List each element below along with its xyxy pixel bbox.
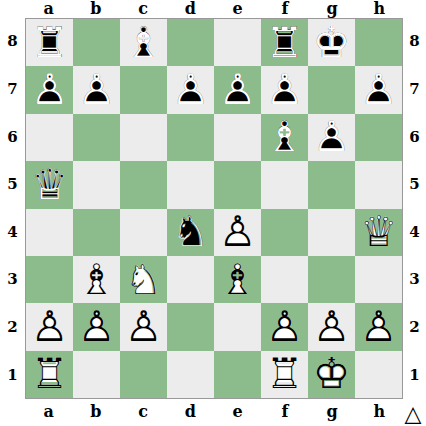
square-d3[interactable] bbox=[167, 256, 214, 303]
square-e3[interactable]: ♝♗ bbox=[214, 256, 261, 303]
square-c3[interactable]: ♞♘ bbox=[120, 256, 167, 303]
square-a2[interactable]: ♟♙ bbox=[26, 303, 73, 350]
square-g2[interactable]: ♟♙ bbox=[308, 303, 355, 350]
square-d1[interactable] bbox=[167, 351, 214, 398]
square-c5[interactable] bbox=[120, 161, 167, 208]
piece-white-king: ♚♔ bbox=[308, 351, 355, 398]
rank-label-2: 2 bbox=[0, 304, 25, 352]
piece-black-bishop: ♝♗ bbox=[261, 114, 308, 161]
piece-white-bishop: ♝♗ bbox=[214, 256, 261, 303]
square-g8[interactable]: ♚♔ bbox=[308, 19, 355, 66]
square-d5[interactable] bbox=[167, 161, 214, 208]
square-f8[interactable]: ♜♖ bbox=[261, 19, 308, 66]
square-f2[interactable]: ♟♙ bbox=[261, 303, 308, 350]
piece-black-queen: ♛♕ bbox=[26, 161, 73, 208]
square-e2[interactable] bbox=[214, 303, 261, 350]
square-h2[interactable]: ♟♙ bbox=[355, 303, 402, 350]
square-e4[interactable]: ♟♙ bbox=[214, 209, 261, 256]
square-d2[interactable] bbox=[167, 303, 214, 350]
square-b2[interactable]: ♟♙ bbox=[73, 303, 120, 350]
rank-label-4: 4 bbox=[403, 209, 426, 257]
square-h4[interactable]: ♛♕ bbox=[355, 209, 402, 256]
rank-label-6: 6 bbox=[403, 113, 426, 161]
square-f3[interactable] bbox=[261, 256, 308, 303]
piece-white-knight: ♞♘ bbox=[120, 256, 167, 303]
square-b4[interactable] bbox=[73, 209, 120, 256]
square-g3[interactable] bbox=[308, 256, 355, 303]
square-f1[interactable]: ♜♖ bbox=[261, 351, 308, 398]
piece-white-pawn: ♟♙ bbox=[308, 303, 355, 350]
piece-black-pawn: ♟♙ bbox=[355, 66, 402, 113]
rank-label-1: 1 bbox=[0, 351, 25, 399]
square-g5[interactable] bbox=[308, 161, 355, 208]
square-f6[interactable]: ♝♗ bbox=[261, 114, 308, 161]
square-a5[interactable]: ♛♕ bbox=[26, 161, 73, 208]
piece-black-rook: ♜♖ bbox=[261, 19, 308, 66]
rank-label-6: 6 bbox=[0, 113, 25, 161]
piece-white-pawn: ♟♙ bbox=[355, 303, 402, 350]
square-e7[interactable]: ♟♙ bbox=[214, 66, 261, 113]
piece-white-pawn: ♟♙ bbox=[120, 303, 167, 350]
square-e8[interactable] bbox=[214, 19, 261, 66]
piece-black-pawn: ♟♙ bbox=[26, 66, 73, 113]
square-e6[interactable] bbox=[214, 114, 261, 161]
rank-label-3: 3 bbox=[403, 256, 426, 304]
file-label-e: e bbox=[214, 0, 261, 17]
board: ♜♖♝♗♜♖♚♔♟♙♟♙♟♙♟♙♟♙♟♙♝♗♟♙♛♕♞♘♟♙♛♕♝♗♞♘♝♗♟♙… bbox=[25, 18, 403, 399]
file-label-g: g bbox=[309, 400, 356, 424]
rank-label-2: 2 bbox=[403, 304, 426, 352]
file-label-c: c bbox=[120, 400, 167, 424]
square-d6[interactable] bbox=[167, 114, 214, 161]
square-d8[interactable] bbox=[167, 19, 214, 66]
file-label-h: h bbox=[356, 400, 403, 424]
square-h7[interactable]: ♟♙ bbox=[355, 66, 402, 113]
file-label-g: g bbox=[309, 0, 356, 17]
rank-label-7: 7 bbox=[0, 66, 25, 114]
square-b7[interactable]: ♟♙ bbox=[73, 66, 120, 113]
rank-label-5: 5 bbox=[403, 161, 426, 209]
piece-white-pawn: ♟♙ bbox=[73, 303, 120, 350]
file-label-b: b bbox=[72, 0, 119, 17]
rank-labels-left: 87654321 bbox=[0, 18, 25, 399]
square-a8[interactable]: ♜♖ bbox=[26, 19, 73, 66]
file-label-h: h bbox=[356, 0, 403, 17]
file-label-a: a bbox=[25, 0, 72, 17]
file-label-f: f bbox=[261, 400, 308, 424]
piece-black-knight: ♞♘ bbox=[167, 209, 214, 256]
piece-black-pawn: ♟♙ bbox=[214, 66, 261, 113]
square-a7[interactable]: ♟♙ bbox=[26, 66, 73, 113]
white-to-move-indicator: △ bbox=[401, 401, 425, 426]
square-h6[interactable] bbox=[355, 114, 402, 161]
rank-label-4: 4 bbox=[0, 209, 25, 257]
square-f5[interactable] bbox=[261, 161, 308, 208]
square-d4[interactable]: ♞♘ bbox=[167, 209, 214, 256]
piece-black-pawn: ♟♙ bbox=[308, 114, 355, 161]
square-c1[interactable] bbox=[120, 351, 167, 398]
file-label-c: c bbox=[120, 0, 167, 17]
square-g6[interactable]: ♟♙ bbox=[308, 114, 355, 161]
square-b3[interactable]: ♝♗ bbox=[73, 256, 120, 303]
rank-label-5: 5 bbox=[0, 161, 25, 209]
square-b8[interactable] bbox=[73, 19, 120, 66]
piece-black-pawn: ♟♙ bbox=[73, 66, 120, 113]
square-a3[interactable] bbox=[26, 256, 73, 303]
file-label-d: d bbox=[167, 400, 214, 424]
square-g1[interactable]: ♚♔ bbox=[308, 351, 355, 398]
piece-white-pawn: ♟♙ bbox=[261, 303, 308, 350]
file-label-b: b bbox=[72, 400, 119, 424]
square-b6[interactable] bbox=[73, 114, 120, 161]
file-label-e: e bbox=[214, 400, 261, 424]
rank-label-3: 3 bbox=[0, 256, 25, 304]
square-a6[interactable] bbox=[26, 114, 73, 161]
piece-black-rook: ♜♖ bbox=[26, 19, 73, 66]
piece-white-rook: ♜♖ bbox=[26, 351, 73, 398]
piece-white-pawn: ♟♙ bbox=[26, 303, 73, 350]
square-h8[interactable] bbox=[355, 19, 402, 66]
file-label-f: f bbox=[261, 0, 308, 17]
square-h3[interactable] bbox=[355, 256, 402, 303]
file-labels-bottom: abcdefgh bbox=[25, 400, 403, 424]
square-f4[interactable] bbox=[261, 209, 308, 256]
file-labels-top: abcdefgh bbox=[25, 0, 403, 17]
rank-label-7: 7 bbox=[403, 66, 426, 114]
square-c7[interactable] bbox=[120, 66, 167, 113]
piece-white-queen: ♛♕ bbox=[355, 209, 402, 256]
square-e1[interactable] bbox=[214, 351, 261, 398]
square-g7[interactable] bbox=[308, 66, 355, 113]
rank-label-8: 8 bbox=[0, 18, 25, 66]
square-d7[interactable]: ♟♙ bbox=[167, 66, 214, 113]
square-c8[interactable]: ♝♗ bbox=[120, 19, 167, 66]
square-c6[interactable] bbox=[120, 114, 167, 161]
rank-label-1: 1 bbox=[403, 351, 426, 399]
rank-label-8: 8 bbox=[403, 18, 426, 66]
square-a1[interactable]: ♜♖ bbox=[26, 351, 73, 398]
piece-white-bishop: ♝♗ bbox=[73, 256, 120, 303]
piece-black-pawn: ♟♙ bbox=[261, 66, 308, 113]
square-h5[interactable] bbox=[355, 161, 402, 208]
piece-black-bishop: ♝♗ bbox=[120, 19, 167, 66]
square-g4[interactable] bbox=[308, 209, 355, 256]
square-b5[interactable] bbox=[73, 161, 120, 208]
piece-white-rook: ♜♖ bbox=[261, 351, 308, 398]
square-h1[interactable] bbox=[355, 351, 402, 398]
square-f7[interactable]: ♟♙ bbox=[261, 66, 308, 113]
square-a4[interactable] bbox=[26, 209, 73, 256]
square-b1[interactable] bbox=[73, 351, 120, 398]
square-c2[interactable]: ♟♙ bbox=[120, 303, 167, 350]
file-label-d: d bbox=[167, 0, 214, 17]
square-c4[interactable] bbox=[120, 209, 167, 256]
file-label-a: a bbox=[25, 400, 72, 424]
chess-board-diagram: abcdefgh 87654321 ♜♖♝♗♜♖♚♔♟♙♟♙♟♙♟♙♟♙♟♙♝♗… bbox=[0, 0, 426, 426]
square-e5[interactable] bbox=[214, 161, 261, 208]
piece-black-pawn: ♟♙ bbox=[167, 66, 214, 113]
piece-white-pawn: ♟♙ bbox=[214, 209, 261, 256]
rank-labels-right: 87654321 bbox=[403, 18, 426, 399]
piece-black-king: ♚♔ bbox=[308, 19, 355, 66]
